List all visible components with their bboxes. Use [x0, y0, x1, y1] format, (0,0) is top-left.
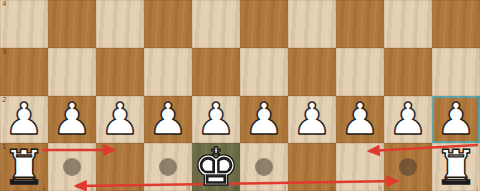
square-h4[interactable] [336, 0, 384, 48]
square-g4[interactable] [288, 0, 336, 48]
rank-label-4: 4 [2, 1, 6, 8]
chess-board: 432♟♟♟♟♟♟♟♟♟♟1a♜bcde♚fghij♜ [0, 0, 480, 191]
square-i2[interactable]: ♟ [384, 96, 432, 144]
square-f4[interactable] [240, 0, 288, 48]
square-c3[interactable] [96, 48, 144, 96]
square-f2[interactable]: ♟ [240, 96, 288, 144]
square-b3[interactable] [48, 48, 96, 96]
white-rook-a1[interactable]: ♜ [2, 143, 45, 191]
square-g2[interactable]: ♟ [288, 96, 336, 144]
move-dot-b1[interactable] [63, 158, 81, 176]
white-pawn-j2[interactable]: ♟ [436, 97, 475, 141]
square-h2[interactable]: ♟ [336, 96, 384, 144]
white-pawn-h2[interactable]: ♟ [340, 97, 379, 141]
white-pawn-e2[interactable]: ♟ [196, 97, 235, 141]
square-b2[interactable]: ♟ [48, 96, 96, 144]
square-i4[interactable] [384, 0, 432, 48]
white-pawn-g2[interactable]: ♟ [292, 97, 331, 141]
square-g1[interactable]: g [288, 143, 336, 191]
square-a2[interactable]: 2♟ [0, 96, 48, 144]
square-b4[interactable] [48, 0, 96, 48]
white-rook-j1[interactable]: ♜ [434, 143, 477, 191]
square-j3[interactable] [432, 48, 480, 96]
square-i1[interactable]: i [384, 143, 432, 191]
square-i3[interactable] [384, 48, 432, 96]
move-dot-d1[interactable] [159, 158, 177, 176]
square-a4[interactable]: 4 [0, 0, 48, 48]
file-label-b: b [90, 185, 94, 191]
white-pawn-c2[interactable]: ♟ [100, 97, 139, 141]
square-e3[interactable] [192, 48, 240, 96]
square-j4[interactable] [432, 0, 480, 48]
square-f1[interactable]: f [240, 143, 288, 191]
square-e1[interactable]: e♚ [192, 143, 240, 191]
square-j1[interactable]: j♜ [432, 143, 480, 191]
square-d2[interactable]: ♟ [144, 96, 192, 144]
square-g3[interactable] [288, 48, 336, 96]
file-label-d: d [186, 185, 190, 191]
square-c4[interactable] [96, 0, 144, 48]
square-c1[interactable]: c [96, 143, 144, 191]
square-d1[interactable]: d [144, 143, 192, 191]
square-h3[interactable] [336, 48, 384, 96]
move-dot-f1[interactable] [255, 158, 273, 176]
square-c2[interactable]: ♟ [96, 96, 144, 144]
square-e4[interactable] [192, 0, 240, 48]
white-king-e1[interactable]: ♚ [193, 141, 240, 191]
square-b1[interactable]: b [48, 143, 96, 191]
square-a1[interactable]: 1a♜ [0, 143, 48, 191]
square-d4[interactable] [144, 0, 192, 48]
square-h1[interactable]: h [336, 143, 384, 191]
square-j2[interactable]: ♟ [432, 96, 480, 144]
file-label-h: h [378, 185, 382, 191]
move-dot-i1[interactable] [399, 158, 417, 176]
white-pawn-b2[interactable]: ♟ [52, 97, 91, 141]
square-a3[interactable]: 3 [0, 48, 48, 96]
white-pawn-i2[interactable]: ♟ [388, 97, 427, 141]
square-f3[interactable] [240, 48, 288, 96]
white-pawn-d2[interactable]: ♟ [148, 97, 187, 141]
file-label-f: f [284, 185, 286, 191]
rank-label-3: 3 [2, 49, 6, 56]
file-label-i: i [428, 185, 430, 191]
white-pawn-f2[interactable]: ♟ [244, 97, 283, 141]
square-d3[interactable] [144, 48, 192, 96]
file-label-g: g [330, 185, 334, 191]
square-e2[interactable]: ♟ [192, 96, 240, 144]
file-label-c: c [139, 185, 142, 191]
white-pawn-a2[interactable]: ♟ [4, 97, 43, 141]
